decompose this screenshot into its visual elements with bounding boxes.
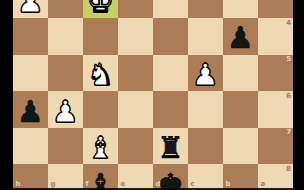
square-c8[interactable]: c (188, 164, 223, 190)
square-f6[interactable] (83, 91, 118, 128)
chess-board[interactable]: ♟♚♟4♞♟5♟♟6♝♜7hg♝fe♚dcb8a (13, 0, 293, 190)
video-frame: ♟♚♟4♞♟5♟♟6♝♜7hg♝fe♚dcb8a (0, 0, 304, 190)
white-pawn[interactable]: ♟ (52, 97, 79, 127)
square-e6[interactable] (118, 91, 153, 128)
rank-label-6: 6 (286, 93, 291, 100)
square-h3[interactable]: ♟ (13, 0, 48, 18)
square-a6[interactable]: 6 (258, 91, 293, 128)
square-d8[interactable]: ♚d (153, 164, 188, 190)
square-g5[interactable] (48, 55, 83, 92)
white-pawn[interactable]: ♟ (17, 0, 44, 17)
white-king[interactable]: ♚ (87, 0, 114, 17)
square-d5[interactable] (153, 55, 188, 92)
square-h4[interactable] (13, 18, 48, 55)
white-knight[interactable]: ♞ (87, 60, 114, 90)
square-d3[interactable] (153, 0, 188, 18)
square-f8[interactable]: ♝f (83, 164, 118, 190)
square-f7[interactable]: ♝ (83, 128, 118, 165)
square-d7[interactable]: ♜ (153, 128, 188, 165)
letterbox-left-bar (0, 0, 13, 190)
square-b6[interactable] (223, 91, 258, 128)
black-king[interactable]: ♚ (157, 170, 184, 190)
square-c5[interactable]: ♟ (188, 55, 223, 92)
rank-label-7: 7 (286, 129, 291, 136)
square-a3[interactable] (258, 0, 293, 18)
square-g6[interactable]: ♟ (48, 91, 83, 128)
square-h5[interactable] (13, 55, 48, 92)
square-f5[interactable]: ♞ (83, 55, 118, 92)
square-f3[interactable]: ♚ (83, 0, 118, 18)
letterbox-right-bar (293, 0, 304, 190)
square-c6[interactable] (188, 91, 223, 128)
square-e5[interactable] (118, 55, 153, 92)
square-d6[interactable] (153, 91, 188, 128)
frame-bottom-edge (0, 188, 304, 190)
square-a5[interactable]: 5 (258, 55, 293, 92)
square-e7[interactable] (118, 128, 153, 165)
square-h6[interactable]: ♟ (13, 91, 48, 128)
square-a4[interactable]: 4 (258, 18, 293, 55)
square-d4[interactable] (153, 18, 188, 55)
rank-label-8: 8 (286, 166, 291, 173)
square-g8[interactable]: g (48, 164, 83, 190)
square-a8[interactable]: 8a (258, 164, 293, 190)
square-b5[interactable] (223, 55, 258, 92)
square-g7[interactable] (48, 128, 83, 165)
square-a7[interactable]: 7 (258, 128, 293, 165)
square-e8[interactable]: e (118, 164, 153, 190)
square-b7[interactable] (223, 128, 258, 165)
rank-label-5: 5 (286, 56, 291, 63)
square-b8[interactable]: b (223, 164, 258, 190)
square-c4[interactable] (188, 18, 223, 55)
square-h8[interactable]: h (13, 164, 48, 190)
square-e3[interactable] (118, 0, 153, 18)
square-f4[interactable] (83, 18, 118, 55)
square-h7[interactable] (13, 128, 48, 165)
black-rook[interactable]: ♜ (157, 133, 184, 163)
rank-label-4: 4 (286, 20, 291, 27)
square-g4[interactable] (48, 18, 83, 55)
black-pawn[interactable]: ♟ (17, 97, 44, 127)
square-b4[interactable]: ♟ (223, 18, 258, 55)
square-b3[interactable] (223, 0, 258, 18)
square-g3[interactable] (48, 0, 83, 18)
square-c7[interactable] (188, 128, 223, 165)
white-pawn[interactable]: ♟ (192, 60, 219, 90)
square-e4[interactable] (118, 18, 153, 55)
white-bishop[interactable]: ♝ (87, 133, 114, 163)
black-pawn[interactable]: ♟ (227, 23, 254, 53)
black-bishop[interactable]: ♝ (87, 170, 114, 190)
square-c3[interactable] (188, 0, 223, 18)
